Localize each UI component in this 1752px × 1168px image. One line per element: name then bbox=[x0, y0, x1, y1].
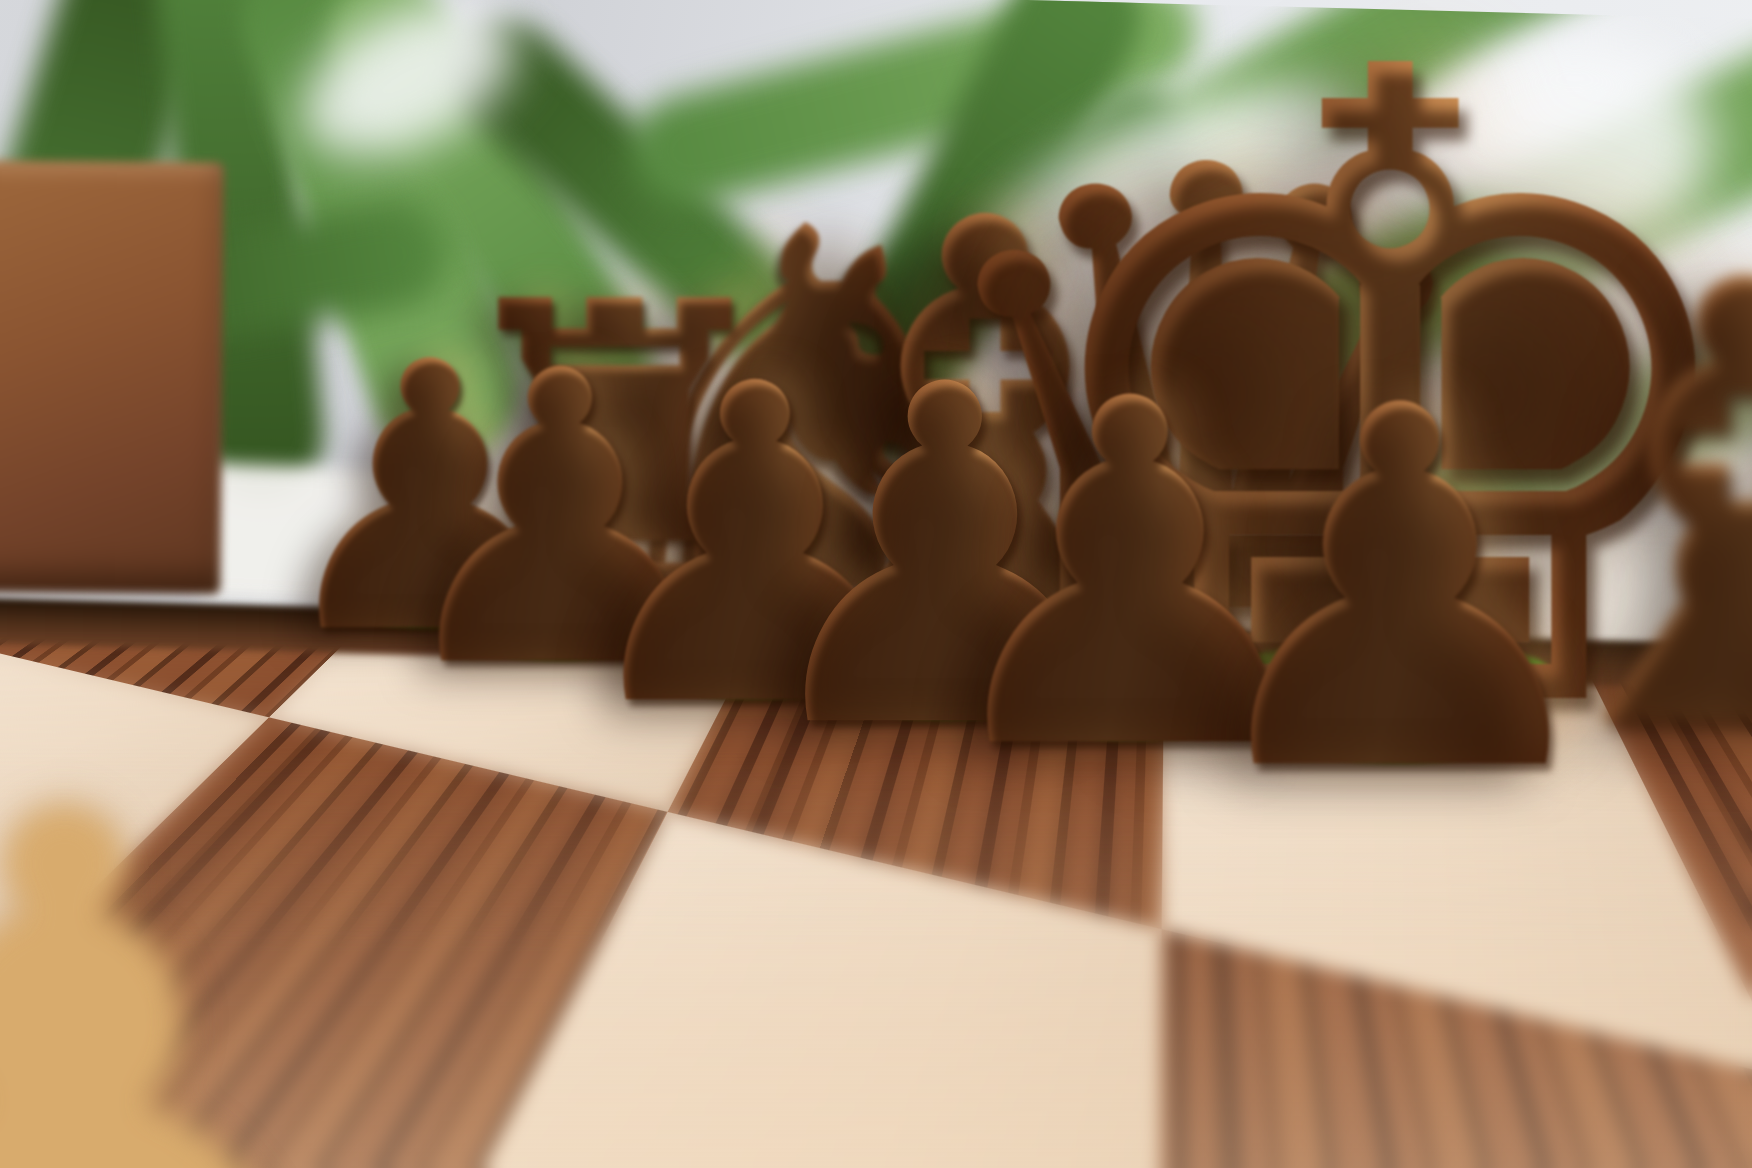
piece-white-pawn-foreground: ♟ bbox=[0, 718, 441, 1168]
chess-set-photograph: ♜♞♝♛♚♝♟♟♟♟♟♟♟ bbox=[0, 0, 1752, 1168]
piece-dark-pawn-f7: ♟ bbox=[1152, 343, 1649, 840]
wooden-storage-box bbox=[0, 160, 224, 595]
